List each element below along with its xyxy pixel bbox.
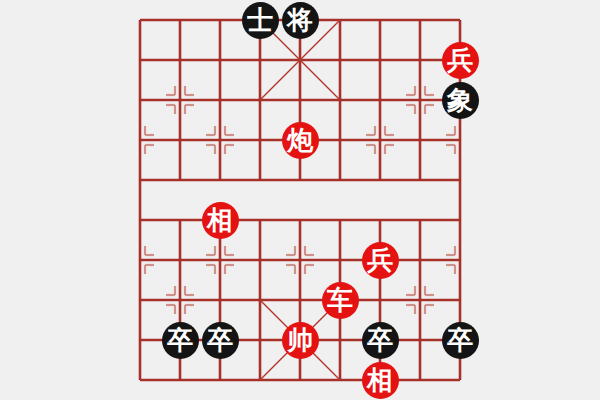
xiangqi-board[interactable]: 士将兵象炮相兵车卒卒帅卒卒相 [0, 0, 600, 400]
piece-red-soldier[interactable]: 兵 [442, 42, 479, 79]
piece-black-soldier[interactable]: 卒 [442, 322, 479, 359]
piece-black-soldier[interactable]: 卒 [202, 322, 239, 359]
piece-red-soldier[interactable]: 兵 [362, 242, 399, 279]
piece-black-elephant[interactable]: 象 [442, 82, 479, 119]
piece-red-elephant[interactable]: 相 [202, 202, 239, 239]
piece-grid[interactable]: 士将兵象炮相兵车卒卒帅卒卒相 [120, 0, 480, 400]
piece-red-chariot[interactable]: 车 [322, 282, 359, 319]
xiangqi-app: { "game": "xiangqi", "board": { "files":… [0, 0, 600, 400]
piece-black-soldier[interactable]: 卒 [362, 322, 399, 359]
piece-red-general[interactable]: 帅 [282, 322, 319, 359]
piece-red-cannon[interactable]: 炮 [282, 122, 319, 159]
piece-black-advisor[interactable]: 士 [242, 2, 279, 39]
piece-black-soldier[interactable]: 卒 [162, 322, 199, 359]
page-background: 士将兵象炮相兵车卒卒帅卒卒相 [0, 0, 600, 400]
piece-red-elephant[interactable]: 相 [362, 362, 399, 399]
piece-black-general[interactable]: 将 [282, 2, 319, 39]
